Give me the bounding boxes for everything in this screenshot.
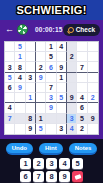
cell-r1c9[interactable] <box>88 42 98 52</box>
cell-r2c5[interactable]: 5 <box>46 52 56 62</box>
hint-button[interactable]: Hint <box>39 143 63 155</box>
numpad-row-1: 12345 <box>20 158 83 169</box>
cell-r6c8[interactable]: 4 <box>77 93 87 103</box>
cell-r7c6[interactable] <box>57 103 67 113</box>
key-6[interactable]: 6 <box>20 171 31 182</box>
cell-r8c3[interactable]: 8 <box>26 114 36 124</box>
cell-r7c2[interactable] <box>15 103 25 113</box>
cell-r9c7[interactable]: 4 <box>67 124 77 134</box>
cell-r7c9[interactable] <box>88 103 98 113</box>
cell-r6c7[interactable]: 9 <box>67 93 77 103</box>
cell-r7c1[interactable]: 4 <box>5 103 15 113</box>
cell-r6c3[interactable]: 1 <box>26 93 36 103</box>
cell-r8c9[interactable]: 9 <box>88 114 98 124</box>
cell-r3c9[interactable] <box>88 62 98 72</box>
cell-r3c5[interactable]: 6 <box>46 62 56 72</box>
cell-r2c7[interactable]: 2 <box>67 52 77 62</box>
cell-r9c6[interactable]: 3 <box>57 124 67 134</box>
key-7[interactable]: 7 <box>33 171 44 182</box>
cell-r3c6[interactable]: 9 <box>57 62 67 72</box>
cell-r5c2[interactable]: 9 <box>15 83 25 93</box>
board-frame: 5141523826975439169713594249678135995342 <box>0 39 103 139</box>
cell-r4c3[interactable]: 3 <box>26 73 36 83</box>
back-arrow-icon[interactable]: ← <box>5 25 14 34</box>
cell-r3c7[interactable] <box>67 62 77 72</box>
key-3[interactable]: 3 <box>46 158 57 169</box>
cell-r6c4[interactable] <box>36 93 46 103</box>
cell-r8c6[interactable] <box>57 114 67 124</box>
cell-r5c6[interactable] <box>57 83 67 93</box>
cell-r8c7[interactable]: 3 <box>67 114 77 124</box>
cell-r2c1[interactable] <box>5 52 15 62</box>
cell-r1c8[interactable] <box>77 42 87 52</box>
cell-r5c5[interactable]: 7 <box>46 83 56 93</box>
cell-r5c8[interactable] <box>77 83 87 93</box>
logo-ball-icon <box>17 24 28 35</box>
key-1[interactable]: 1 <box>20 158 31 169</box>
cell-r9c2[interactable] <box>15 124 25 134</box>
numpad: 12345 6789 <box>0 158 103 182</box>
sudoku-board: 5141523826975439169713594249678135995342 <box>4 41 99 135</box>
cell-r4c8[interactable] <box>77 73 87 83</box>
cell-r6c6[interactable]: 5 <box>57 93 67 103</box>
cell-r3c3[interactable] <box>26 62 36 72</box>
check-button[interactable]: Check <box>63 24 101 36</box>
cell-r9c5[interactable] <box>46 124 56 134</box>
cell-r7c8[interactable]: 6 <box>77 103 87 113</box>
game-header: ← 00:00:15 Check <box>0 20 103 39</box>
check-button-label: Check <box>76 26 96 33</box>
cell-r5c9[interactable] <box>88 83 98 93</box>
cell-r5c4[interactable] <box>36 83 46 93</box>
cell-r4c4[interactable]: 9 <box>36 73 46 83</box>
cell-r7c3[interactable] <box>26 103 36 113</box>
undo-button[interactable]: Undo <box>6 143 33 155</box>
action-buttons: Undo Hint Notes <box>0 139 103 155</box>
cell-r9c8[interactable]: 2 <box>77 124 87 134</box>
cell-r8c2[interactable] <box>15 114 25 124</box>
cell-r2c3[interactable] <box>26 52 36 62</box>
cell-r2c6[interactable] <box>57 52 67 62</box>
cell-r3c1[interactable]: 3 <box>5 62 15 72</box>
cell-r1c5[interactable]: 1 <box>46 42 56 52</box>
cell-r4c2[interactable]: 4 <box>15 73 25 83</box>
cell-r7c4[interactable] <box>36 103 46 113</box>
timer: 00:00:15 <box>35 26 63 33</box>
cell-r4c6[interactable]: 1 <box>57 73 67 83</box>
cell-r9c3[interactable]: 9 <box>26 124 36 134</box>
cell-r7c7[interactable] <box>67 103 77 113</box>
cell-r2c4[interactable] <box>36 52 46 62</box>
cell-r1c7[interactable] <box>67 42 77 52</box>
cell-r7c5[interactable]: 9 <box>46 103 56 113</box>
eraser-icon <box>74 174 81 180</box>
cell-r8c4[interactable]: 1 <box>36 114 46 124</box>
cell-r9c1[interactable] <box>5 124 15 134</box>
controls-panel: Undo Hint Notes 12345 6789 <box>0 139 103 183</box>
key-2[interactable]: 2 <box>33 158 44 169</box>
cell-r5c3[interactable] <box>26 83 36 93</box>
key-4[interactable]: 4 <box>59 158 70 169</box>
cell-r6c1[interactable] <box>5 93 15 103</box>
cell-r4c1[interactable]: 5 <box>5 73 15 83</box>
cell-r8c8[interactable]: 5 <box>77 114 87 124</box>
cell-r6c5[interactable]: 3 <box>46 93 56 103</box>
cell-r2c9[interactable] <box>88 52 98 62</box>
notes-button[interactable]: Notes <box>69 143 98 155</box>
cell-r9c9[interactable] <box>88 124 98 134</box>
cell-r6c2[interactable] <box>15 93 25 103</box>
key-5[interactable]: 5 <box>72 158 83 169</box>
cell-r1c3[interactable] <box>26 42 36 52</box>
cell-r4c7[interactable] <box>67 73 77 83</box>
key-8[interactable]: 8 <box>46 171 57 182</box>
cell-r9c4[interactable]: 5 <box>36 124 46 134</box>
cell-r2c8[interactable] <box>77 52 87 62</box>
cell-r8c5[interactable] <box>46 114 56 124</box>
numpad-row-2: 6789 <box>20 171 83 182</box>
cell-r1c1[interactable] <box>5 42 15 52</box>
cell-r8c1[interactable]: 7 <box>5 114 15 124</box>
cell-r2c2[interactable]: 1 <box>15 52 25 62</box>
cell-r3c4[interactable]: 2 <box>36 62 46 72</box>
cell-r4c5[interactable] <box>46 73 56 83</box>
difficulty-title: SCHWIERIG! <box>16 4 86 16</box>
cell-r4c9[interactable] <box>88 73 98 83</box>
key-9[interactable]: 9 <box>59 171 70 182</box>
cell-r3c8[interactable]: 7 <box>77 62 87 72</box>
cell-r1c4[interactable] <box>36 42 46 52</box>
difficulty-banner: SCHWIERIG! <box>0 0 103 20</box>
cell-r6c9[interactable]: 2 <box>88 93 98 103</box>
erase-key[interactable] <box>72 171 83 182</box>
cell-r1c2[interactable]: 5 <box>15 42 25 52</box>
cell-r3c2[interactable]: 8 <box>15 62 25 72</box>
magnifier-icon <box>68 27 74 33</box>
cell-r5c7[interactable] <box>67 83 77 93</box>
cell-r1c6[interactable]: 4 <box>57 42 67 52</box>
cell-r5c1[interactable]: 6 <box>5 83 15 93</box>
